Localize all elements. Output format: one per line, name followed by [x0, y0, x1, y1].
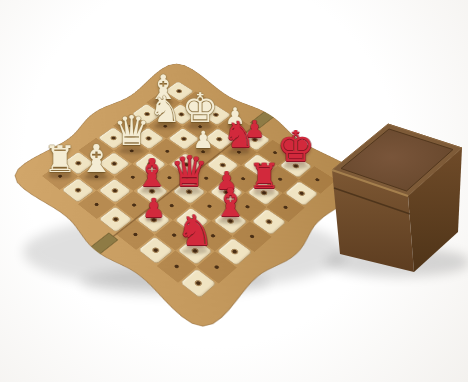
peg-hole [232, 249, 238, 254]
white-rook-a1[interactable]: ♜ [43, 141, 76, 178]
red-bishop-d7[interactable]: ♝ [213, 184, 248, 223]
red-queen-d5[interactable]: ♛ [170, 151, 208, 193]
photo-scene: ♜♝♝♛♞♚♟♟♝♟♛♞♟♟♞♝♜♚ [0, 0, 468, 382]
peg-hole [217, 137, 222, 141]
peg-hole [249, 234, 255, 239]
peg-hole [315, 178, 321, 182]
peg-hole [214, 265, 220, 270]
box-shadow [326, 247, 468, 277]
peg-hole [299, 191, 305, 195]
white-knight-f2[interactable]: ♞ [149, 92, 181, 128]
red-bishop-c4[interactable]: ♝ [135, 154, 170, 193]
peg-hole [112, 189, 118, 193]
peg-hole [153, 248, 159, 253]
peg-hole [266, 219, 272, 223]
peg-hole [94, 202, 100, 206]
white-bishop-b2[interactable]: ♝ [79, 140, 114, 179]
peg-hole [75, 188, 81, 192]
box-right-face [408, 148, 462, 272]
red-pawn-b5[interactable]: ♟ [142, 195, 166, 221]
peg-hole [283, 205, 289, 209]
red-knight-g5[interactable]: ♞ [223, 117, 256, 153]
red-king-h7[interactable]: ♚ [277, 126, 315, 168]
red-knight-b7[interactable]: ♞ [176, 210, 214, 252]
peg-hole [174, 264, 180, 269]
white-king-g3[interactable]: ♚ [182, 88, 218, 129]
peg-hole [181, 137, 186, 141]
peg-hole [131, 203, 137, 207]
peg-hole [169, 203, 175, 207]
red-rook-f7[interactable]: ♜ [248, 159, 279, 194]
peg-hole [113, 217, 119, 221]
box-back-top-edge [388, 124, 462, 148]
peg-hole [195, 281, 201, 286]
white-queen-d2[interactable]: ♛ [113, 111, 150, 152]
peg-hole [133, 232, 139, 237]
